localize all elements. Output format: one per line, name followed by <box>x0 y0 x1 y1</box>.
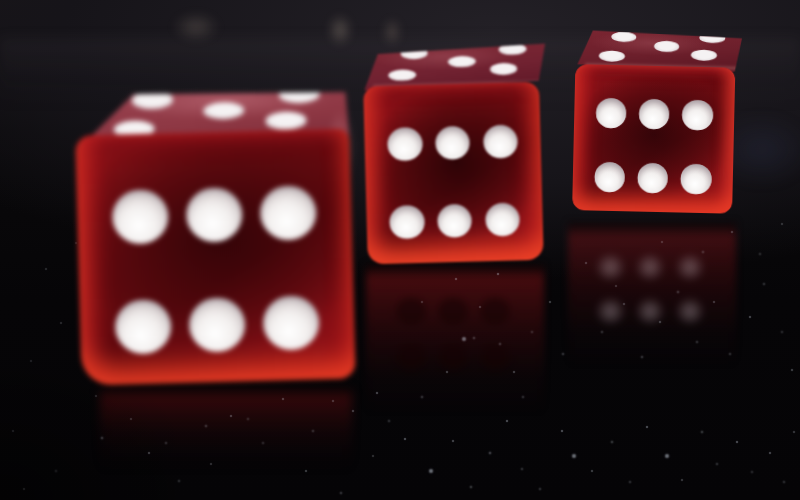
die-right <box>568 24 749 230</box>
pip <box>188 297 246 353</box>
pip <box>676 255 704 280</box>
pip <box>437 204 472 238</box>
pip <box>490 63 518 75</box>
pip <box>596 255 624 280</box>
pip <box>438 298 468 325</box>
pip <box>637 163 668 193</box>
pip <box>396 343 426 370</box>
pip <box>481 298 511 325</box>
pip <box>485 203 520 237</box>
pip <box>611 31 637 42</box>
pip <box>594 162 625 192</box>
die-middle <box>357 38 555 275</box>
pip <box>132 91 173 109</box>
pip <box>682 100 713 130</box>
pip <box>266 111 307 129</box>
pip <box>279 86 320 103</box>
pip <box>448 56 476 68</box>
background-glow-spot <box>172 12 220 42</box>
middle-die-reflection-pips <box>375 277 532 381</box>
pip <box>483 124 518 158</box>
pip <box>435 126 470 160</box>
dice-photo-scene <box>0 0 800 500</box>
pip <box>259 185 317 241</box>
pip <box>599 50 625 61</box>
die-left-front-face <box>75 128 355 385</box>
right-die-reflection <box>568 222 736 374</box>
pip <box>400 47 428 59</box>
pip <box>112 189 170 245</box>
left-die-reflection <box>100 388 352 476</box>
pip <box>390 205 425 239</box>
pip <box>203 102 244 120</box>
pip <box>636 255 664 280</box>
die-left <box>66 80 366 400</box>
pip <box>396 298 426 325</box>
pip <box>691 49 717 60</box>
middle-die-reflection <box>366 264 544 422</box>
pip <box>596 98 627 128</box>
pip <box>262 295 320 351</box>
pip <box>388 69 416 81</box>
right-die-reflection-pips <box>576 234 724 334</box>
pip <box>481 343 511 370</box>
pip <box>639 99 670 129</box>
pip <box>388 127 423 161</box>
pip <box>676 299 704 324</box>
pip <box>596 299 624 324</box>
die-right-front-face <box>572 64 735 214</box>
die-middle-front-face <box>363 82 544 265</box>
pip <box>438 343 468 370</box>
table-speckles <box>0 0 2 2</box>
pip <box>654 41 680 52</box>
pip <box>700 32 726 43</box>
pip <box>636 299 664 324</box>
pip <box>680 164 711 194</box>
pip <box>499 44 527 56</box>
pip <box>114 298 172 354</box>
pip <box>186 187 244 243</box>
background-glow-spot <box>328 14 352 46</box>
